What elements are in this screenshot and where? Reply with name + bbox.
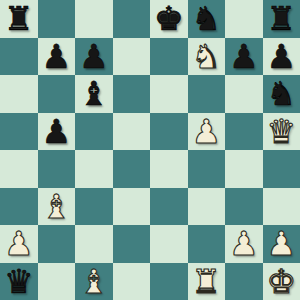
chess-board: ♜♚♞♜♟♟♞♟♟♝♞♟♟♛♝♟♟♟♛♝♜♚ — [0, 0, 300, 300]
square-f6[interactable] — [188, 75, 226, 113]
square-f8[interactable]: ♞ — [188, 0, 226, 38]
piece-black-knight[interactable]: ♞ — [266, 75, 296, 113]
square-c4[interactable] — [75, 150, 113, 188]
piece-white-queen[interactable]: ♛ — [266, 113, 296, 151]
square-f2[interactable] — [188, 225, 226, 263]
square-f7[interactable]: ♞ — [188, 38, 226, 76]
square-g5[interactable] — [225, 113, 263, 151]
square-h1[interactable]: ♚ — [263, 263, 301, 300]
square-d7[interactable] — [113, 38, 151, 76]
square-e3[interactable] — [150, 188, 188, 226]
square-f1[interactable]: ♜ — [188, 263, 226, 300]
square-e2[interactable] — [150, 225, 188, 263]
square-e7[interactable] — [150, 38, 188, 76]
square-e1[interactable] — [150, 263, 188, 300]
piece-white-bishop[interactable]: ♝ — [79, 263, 109, 300]
square-h7[interactable]: ♟ — [263, 38, 301, 76]
square-h3[interactable] — [263, 188, 301, 226]
square-c5[interactable] — [75, 113, 113, 151]
square-d8[interactable] — [113, 0, 151, 38]
square-g4[interactable] — [225, 150, 263, 188]
square-c6[interactable]: ♝ — [75, 75, 113, 113]
square-a1[interactable]: ♛ — [0, 263, 38, 300]
square-a3[interactable] — [0, 188, 38, 226]
piece-white-bishop[interactable]: ♝ — [41, 188, 71, 226]
square-b5[interactable]: ♟ — [38, 113, 76, 151]
square-b7[interactable]: ♟ — [38, 38, 76, 76]
square-d1[interactable] — [113, 263, 151, 300]
square-f5[interactable]: ♟ — [188, 113, 226, 151]
piece-black-pawn[interactable]: ♟ — [79, 38, 109, 76]
piece-white-pawn[interactable]: ♟ — [191, 113, 221, 151]
square-g1[interactable] — [225, 263, 263, 300]
piece-white-king[interactable]: ♚ — [266, 263, 296, 300]
square-d3[interactable] — [113, 188, 151, 226]
square-h6[interactable]: ♞ — [263, 75, 301, 113]
square-d5[interactable] — [113, 113, 151, 151]
square-c1[interactable]: ♝ — [75, 263, 113, 300]
piece-black-pawn[interactable]: ♟ — [41, 38, 71, 76]
square-d6[interactable] — [113, 75, 151, 113]
square-f3[interactable] — [188, 188, 226, 226]
square-h4[interactable] — [263, 150, 301, 188]
square-a8[interactable]: ♜ — [0, 0, 38, 38]
piece-white-pawn[interactable]: ♟ — [229, 225, 259, 263]
piece-black-pawn[interactable]: ♟ — [229, 38, 259, 76]
piece-black-bishop[interactable]: ♝ — [79, 75, 109, 113]
square-b2[interactable] — [38, 225, 76, 263]
piece-white-rook[interactable]: ♜ — [191, 263, 221, 300]
square-g3[interactable] — [225, 188, 263, 226]
piece-black-knight[interactable]: ♞ — [191, 0, 221, 38]
square-b1[interactable] — [38, 263, 76, 300]
square-b3[interactable]: ♝ — [38, 188, 76, 226]
square-g6[interactable] — [225, 75, 263, 113]
square-d2[interactable] — [113, 225, 151, 263]
piece-black-rook[interactable]: ♜ — [266, 0, 296, 38]
square-a7[interactable] — [0, 38, 38, 76]
square-c7[interactable]: ♟ — [75, 38, 113, 76]
square-e5[interactable] — [150, 113, 188, 151]
square-h8[interactable]: ♜ — [263, 0, 301, 38]
piece-black-pawn[interactable]: ♟ — [41, 113, 71, 151]
square-g8[interactable] — [225, 0, 263, 38]
square-b6[interactable] — [38, 75, 76, 113]
square-c2[interactable] — [75, 225, 113, 263]
piece-black-rook[interactable]: ♜ — [4, 0, 34, 38]
square-a5[interactable] — [0, 113, 38, 151]
piece-black-king[interactable]: ♚ — [154, 0, 184, 38]
square-e4[interactable] — [150, 150, 188, 188]
square-b4[interactable] — [38, 150, 76, 188]
square-h5[interactable]: ♛ — [263, 113, 301, 151]
square-c3[interactable] — [75, 188, 113, 226]
square-a2[interactable]: ♟ — [0, 225, 38, 263]
piece-white-knight[interactable]: ♞ — [191, 38, 221, 76]
square-a4[interactable] — [0, 150, 38, 188]
square-c8[interactable] — [75, 0, 113, 38]
piece-black-queen[interactable]: ♛ — [4, 263, 34, 300]
square-g2[interactable]: ♟ — [225, 225, 263, 263]
square-e8[interactable]: ♚ — [150, 0, 188, 38]
square-f4[interactable] — [188, 150, 226, 188]
square-a6[interactable] — [0, 75, 38, 113]
piece-white-pawn[interactable]: ♟ — [266, 225, 296, 263]
piece-white-pawn[interactable]: ♟ — [4, 225, 34, 263]
square-e6[interactable] — [150, 75, 188, 113]
square-g7[interactable]: ♟ — [225, 38, 263, 76]
square-d4[interactable] — [113, 150, 151, 188]
square-b8[interactable] — [38, 0, 76, 38]
square-h2[interactable]: ♟ — [263, 225, 301, 263]
piece-black-pawn[interactable]: ♟ — [266, 38, 296, 76]
